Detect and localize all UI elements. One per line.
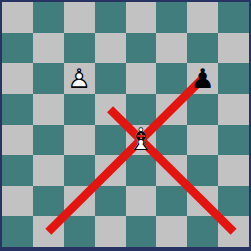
square-h3[interactable] — [218, 155, 249, 186]
square-e7[interactable] — [126, 33, 157, 64]
square-e2[interactable] — [126, 186, 157, 217]
bishop-glyph-outline: ♗ — [126, 125, 157, 156]
square-a8[interactable] — [2, 2, 33, 33]
square-d5[interactable] — [95, 94, 126, 125]
square-c7[interactable] — [64, 33, 95, 64]
black-pawn[interactable]: ♟ — [187, 63, 218, 94]
square-b3[interactable] — [33, 155, 64, 186]
square-d4[interactable] — [95, 125, 126, 156]
square-d8[interactable] — [95, 2, 126, 33]
square-a2[interactable] — [2, 186, 33, 217]
square-d7[interactable] — [95, 33, 126, 64]
square-b4[interactable] — [33, 125, 64, 156]
square-f1[interactable] — [156, 216, 187, 247]
square-b6[interactable] — [33, 63, 64, 94]
square-g7[interactable] — [187, 33, 218, 64]
square-f8[interactable] — [156, 2, 187, 33]
square-h7[interactable] — [218, 33, 249, 64]
pawn-glyph: ♟ — [187, 63, 218, 94]
square-c3[interactable] — [64, 155, 95, 186]
square-b5[interactable] — [33, 94, 64, 125]
square-d3[interactable] — [95, 155, 126, 186]
square-d1[interactable] — [95, 216, 126, 247]
square-a6[interactable] — [2, 63, 33, 94]
pawn-glyph-outline: ♙ — [64, 63, 95, 94]
square-f7[interactable] — [156, 33, 187, 64]
square-c8[interactable] — [64, 2, 95, 33]
white-pawn[interactable]: ♟♙ — [64, 63, 95, 94]
square-e8[interactable] — [126, 2, 157, 33]
square-b2[interactable] — [33, 186, 64, 217]
square-a5[interactable] — [2, 94, 33, 125]
square-h1[interactable] — [218, 216, 249, 247]
square-g5[interactable] — [187, 94, 218, 125]
square-g2[interactable] — [187, 186, 218, 217]
white-bishop[interactable]: ♝♗ — [126, 125, 157, 156]
square-a7[interactable] — [2, 33, 33, 64]
square-e6[interactable] — [126, 63, 157, 94]
square-g1[interactable] — [187, 216, 218, 247]
square-h6[interactable] — [218, 63, 249, 94]
square-g3[interactable] — [187, 155, 218, 186]
square-h2[interactable] — [218, 186, 249, 217]
square-b1[interactable] — [33, 216, 64, 247]
square-e5[interactable] — [126, 94, 157, 125]
chess-diagram: ♟♙♟♝♗ — [0, 0, 251, 251]
square-h4[interactable] — [218, 125, 249, 156]
square-g8[interactable] — [187, 2, 218, 33]
square-h8[interactable] — [218, 2, 249, 33]
square-c5[interactable] — [64, 94, 95, 125]
square-c4[interactable] — [64, 125, 95, 156]
square-b7[interactable] — [33, 33, 64, 64]
square-f2[interactable] — [156, 186, 187, 217]
square-c2[interactable] — [64, 186, 95, 217]
square-d6[interactable] — [95, 63, 126, 94]
square-e1[interactable] — [126, 216, 157, 247]
square-a4[interactable] — [2, 125, 33, 156]
square-f5[interactable] — [156, 94, 187, 125]
square-g4[interactable] — [187, 125, 218, 156]
square-f3[interactable] — [156, 155, 187, 186]
square-a1[interactable] — [2, 216, 33, 247]
square-e3[interactable] — [126, 155, 157, 186]
square-f6[interactable] — [156, 63, 187, 94]
square-c1[interactable] — [64, 216, 95, 247]
square-b8[interactable] — [33, 2, 64, 33]
square-f4[interactable] — [156, 125, 187, 156]
square-h5[interactable] — [218, 94, 249, 125]
square-a3[interactable] — [2, 155, 33, 186]
square-d2[interactable] — [95, 186, 126, 217]
